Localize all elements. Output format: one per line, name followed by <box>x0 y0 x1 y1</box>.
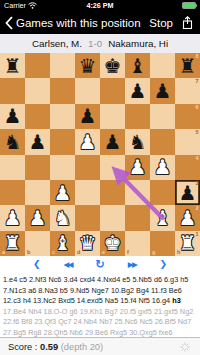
square-f6[interactable] <box>125 104 150 129</box>
square-h3[interactable]: ♟3 <box>175 180 200 205</box>
square-e6[interactable] <box>100 104 125 129</box>
square-e5[interactable]: ♟ <box>100 129 125 154</box>
square-g7[interactable]: ♟ <box>150 78 175 103</box>
rank-label: 1 <box>195 232 198 238</box>
square-b4[interactable] <box>25 155 50 180</box>
square-f8[interactable]: ♝ <box>125 53 150 78</box>
rank-label: 7 <box>195 79 198 85</box>
piece-white-pawn[interactable]: ♟ <box>29 208 47 228</box>
piece-white-rook[interactable]: ♜ <box>4 233 22 253</box>
square-f1[interactable]: f <box>125 231 150 256</box>
score-depth: (depth 20) <box>61 342 103 352</box>
piece-black-pawn[interactable]: ♟ <box>4 106 22 126</box>
square-d6[interactable]: ♟ <box>75 104 100 129</box>
piece-white-pawn[interactable]: ♟ <box>179 208 197 228</box>
square-g8[interactable] <box>150 53 175 78</box>
square-d8[interactable]: ♛ <box>75 53 100 78</box>
score-label: Score : <box>8 342 37 352</box>
square-c8[interactable] <box>50 53 75 78</box>
nav-title: Games with this position <box>16 17 141 29</box>
file-label: e <box>102 250 105 256</box>
piece-white-king[interactable]: ♚ <box>104 233 122 253</box>
square-h5[interactable]: 5 <box>175 129 200 154</box>
piece-white-bishop[interactable]: ♝ <box>154 208 172 228</box>
chevron-left-icon <box>5 16 13 30</box>
square-d1[interactable]: ♛d <box>75 231 100 256</box>
square-h2[interactable]: ♟2 <box>175 205 200 230</box>
square-b5[interactable]: ♟ <box>25 129 50 154</box>
move-list[interactable]: 1.e4 c5 2.Nf3 Nc6 3.d4 cxd4 4.Nxd4 e5 5.… <box>0 273 200 337</box>
piece-black-pawn[interactable]: ♟ <box>29 132 47 152</box>
file-label: h <box>177 250 180 256</box>
square-a4[interactable] <box>0 155 25 180</box>
file-label: g <box>152 250 155 256</box>
square-b2[interactable]: ♟ <box>25 205 50 230</box>
file-label: c <box>52 250 55 256</box>
reload-button[interactable]: ↻ <box>95 259 105 271</box>
square-f7[interactable]: ♟ <box>125 78 150 103</box>
file-label: b <box>27 250 30 256</box>
square-b1[interactable]: b <box>25 231 50 256</box>
file-label: f <box>127 250 129 256</box>
square-c4[interactable] <box>50 155 75 180</box>
piece-white-pawn[interactable]: ♟ <box>129 157 147 177</box>
piece-white-bishop[interactable]: ♝ <box>54 233 72 253</box>
square-e3[interactable] <box>100 180 125 205</box>
square-f5[interactable]: ♞ <box>125 129 150 154</box>
file-label: a <box>2 250 5 256</box>
square-d4[interactable] <box>75 155 100 180</box>
square-c1[interactable]: ♝c <box>50 231 75 256</box>
square-f3[interactable] <box>125 180 150 205</box>
battery-icon <box>182 2 196 10</box>
game-header: Carlsen, M. 1-0 Nakamura, Hi <box>0 34 200 53</box>
square-a2[interactable]: ♟ <box>0 205 25 230</box>
square-c7[interactable] <box>50 78 75 103</box>
square-e8[interactable]: ♚ <box>100 53 125 78</box>
move-controls: ❮ ◀◀ ↻ ▶▶ ❯ <box>0 256 200 273</box>
navigation-bar: Games with this position Stop <box>0 11 200 34</box>
square-b6[interactable] <box>25 104 50 129</box>
piece-white-pawn[interactable]: ♟ <box>4 208 22 228</box>
square-d2[interactable] <box>75 205 100 230</box>
rank-label: 4 <box>195 156 198 162</box>
square-h7[interactable]: 7 <box>175 78 200 103</box>
game-result: 1-0 <box>88 38 102 49</box>
square-h6[interactable]: 6 <box>175 104 200 129</box>
piece-black-king[interactable]: ♚ <box>104 56 122 76</box>
piece-black-pawn[interactable]: ♟ <box>154 81 172 101</box>
engine-bar: Score : 0.59 (depth 20) <box>0 337 200 355</box>
board-grid: ♜♛♚♝♜8♟♟7♟♟6♞♟♟♟♞5♟♟4♟♟3♟♟♞♝♟2♜ab♝c♛d♚ef… <box>0 53 200 256</box>
square-f2[interactable] <box>125 205 150 230</box>
piece-black-pawn[interactable]: ♟ <box>179 183 197 203</box>
square-g4[interactable]: ♟ <box>150 155 175 180</box>
square-c5[interactable] <box>50 129 75 154</box>
square-e7[interactable] <box>100 78 125 103</box>
status-bar: Carrier 4:26 PM <box>0 0 200 11</box>
square-b7[interactable] <box>25 78 50 103</box>
piece-black-knight[interactable]: ♞ <box>4 132 22 152</box>
score-value: 0.59 <box>40 342 58 352</box>
piece-white-knight[interactable]: ♞ <box>54 208 72 228</box>
piece-black-pawn[interactable]: ♟ <box>129 81 147 101</box>
square-a8[interactable]: ♜ <box>0 53 25 78</box>
rank-label: 6 <box>195 105 198 111</box>
fast-forward-button[interactable]: ▶▶ <box>128 261 137 269</box>
fast-back-button[interactable]: ◀◀ <box>64 261 73 269</box>
piece-white-pawn[interactable]: ♟ <box>154 157 172 177</box>
square-e2[interactable] <box>100 205 125 230</box>
square-b8[interactable] <box>25 53 50 78</box>
square-g3[interactable] <box>150 180 175 205</box>
square-g2[interactable]: ♝ <box>150 205 175 230</box>
piece-white-pawn[interactable]: ♟ <box>54 183 72 203</box>
piece-black-pawn[interactable]: ♟ <box>79 106 97 126</box>
back-button[interactable]: Games with this position <box>0 16 141 30</box>
piece-white-pawn[interactable]: ♟ <box>79 132 97 152</box>
engine-spinner-icon <box>180 342 190 352</box>
file-label: d <box>77 250 80 256</box>
square-d7[interactable] <box>75 78 100 103</box>
piece-black-queen[interactable]: ♛ <box>79 56 97 76</box>
square-h1[interactable]: ♜1h <box>175 231 200 256</box>
square-g1[interactable]: g <box>150 231 175 256</box>
share-icon[interactable] <box>182 16 193 30</box>
moves-played: 1.e4 c5 2.Nf3 Nc6 3.d4 cxd4 4.Nxd4 e5 5.… <box>3 275 188 305</box>
step-forward-button[interactable]: ❯ <box>159 260 167 269</box>
rank-label: 5 <box>195 130 198 136</box>
piece-black-pawn[interactable]: ♟ <box>104 132 122 152</box>
piece-white-queen[interactable]: ♛ <box>79 233 97 253</box>
stop-button[interactable]: Stop <box>149 17 173 29</box>
step-back-button[interactable]: ❮ <box>33 260 41 269</box>
square-c2[interactable]: ♞ <box>50 205 75 230</box>
square-d3[interactable] <box>75 180 100 205</box>
piece-black-rook[interactable]: ♜ <box>4 56 22 76</box>
square-g6[interactable] <box>150 104 175 129</box>
current-move: h3 <box>172 296 181 305</box>
square-a7[interactable] <box>0 78 25 103</box>
square-a6[interactable]: ♟ <box>0 104 25 129</box>
clock: 4:26 PM <box>0 1 200 10</box>
rank-label: 2 <box>195 206 198 212</box>
square-d5[interactable]: ♟ <box>75 129 100 154</box>
square-e4[interactable] <box>100 155 125 180</box>
square-c3[interactable]: ♟ <box>50 180 75 205</box>
moves-upcoming: 17.Be4 Nh4 18.O-O g6 19.Kh1 Bg7 20.f5 gx… <box>3 307 193 338</box>
piece-black-knight[interactable]: ♞ <box>129 132 147 152</box>
square-g5[interactable] <box>150 129 175 154</box>
piece-black-rook[interactable]: ♜ <box>179 56 197 76</box>
rank-label: 8 <box>195 54 198 60</box>
square-f4[interactable]: ♟ <box>125 155 150 180</box>
square-a1[interactable]: ♜a <box>0 231 25 256</box>
square-a3[interactable] <box>0 180 25 205</box>
chess-board: ♜♛♚♝♜8♟♟7♟♟6♞♟♟♟♞5♟♟4♟♟3♟♟♞♝♟2♜ab♝c♛d♚ef… <box>0 53 200 256</box>
piece-white-rook[interactable]: ♜ <box>179 233 197 253</box>
square-a5[interactable]: ♞ <box>0 129 25 154</box>
black-player-name: Nakamura, Hi <box>108 38 168 49</box>
square-h4[interactable]: 4 <box>175 155 200 180</box>
rank-label: 3 <box>195 181 198 187</box>
square-h8[interactable]: ♜8 <box>175 53 200 78</box>
piece-black-bishop[interactable]: ♝ <box>129 56 147 76</box>
square-b3[interactable] <box>25 180 50 205</box>
square-e1[interactable]: ♚e <box>100 231 125 256</box>
square-c6[interactable] <box>50 104 75 129</box>
white-player-name: Carlsen, M. <box>32 38 82 49</box>
